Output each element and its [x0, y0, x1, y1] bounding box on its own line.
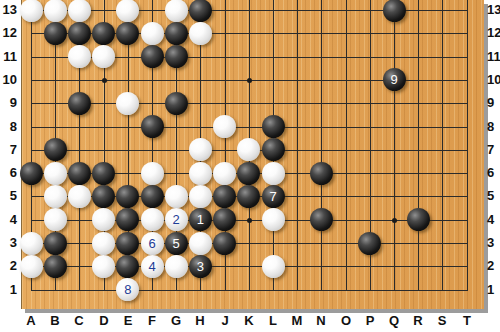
star-point-D10 [102, 78, 107, 83]
stone-B12[interactable] [44, 22, 67, 45]
stone-E3[interactable] [116, 232, 139, 255]
stone-C12[interactable] [68, 22, 91, 45]
row-label-right-9: 9 [487, 95, 500, 111]
stone-G5[interactable] [165, 185, 188, 208]
stone-F3[interactable]: 6 [141, 232, 164, 255]
stone-J8[interactable] [213, 115, 236, 138]
row-label-right-1: 1 [487, 282, 500, 298]
stone-A6[interactable] [20, 162, 43, 185]
stone-L6[interactable] [262, 162, 285, 185]
grid-line-row-8 [31, 127, 468, 128]
stone-G4[interactable]: 2 [165, 208, 188, 231]
grid-line-col-M [297, 0, 298, 291]
col-label-B: B [43, 314, 67, 328]
stone-E9[interactable] [116, 92, 139, 115]
stone-N6[interactable] [310, 162, 333, 185]
grid-line-col-N [321, 0, 322, 291]
col-label-F: F [140, 314, 164, 328]
stone-D2[interactable] [92, 255, 115, 278]
stone-D3[interactable] [92, 232, 115, 255]
col-label-H: H [188, 314, 212, 328]
row-label-left-13: 13 [0, 2, 17, 18]
stone-F11[interactable] [141, 45, 164, 68]
col-label-P: P [358, 314, 382, 328]
col-label-G: G [164, 314, 188, 328]
col-label-N: N [309, 314, 333, 328]
row-label-right-13: 13 [487, 2, 500, 18]
stone-G11[interactable] [165, 45, 188, 68]
stone-C9[interactable] [68, 92, 91, 115]
row-label-right-7: 7 [487, 142, 500, 158]
col-label-T: T [455, 314, 479, 328]
row-label-right-6: 6 [487, 165, 500, 181]
row-label-left-1: 1 [0, 282, 17, 298]
grid-line-col-S [442, 0, 443, 291]
row-label-left-4: 4 [0, 212, 17, 228]
stone-B3[interactable] [44, 232, 67, 255]
stone-C6[interactable] [68, 162, 91, 185]
grid-line-col-O [346, 0, 347, 291]
stone-K6[interactable] [237, 162, 260, 185]
stone-H12[interactable] [189, 22, 212, 45]
stone-B2[interactable] [44, 255, 67, 278]
grid-line-col-R [418, 0, 419, 291]
stone-B6[interactable] [44, 162, 67, 185]
stone-Q13[interactable] [383, 0, 406, 22]
col-label-Q: Q [382, 314, 406, 328]
stone-E2[interactable] [116, 255, 139, 278]
row-label-left-7: 7 [0, 142, 17, 158]
stone-J6[interactable] [213, 162, 236, 185]
stone-H3[interactable] [189, 232, 212, 255]
star-point-K4 [247, 218, 252, 223]
stone-B13[interactable] [44, 0, 67, 22]
stone-L5[interactable]: 7 [262, 185, 285, 208]
stone-F12[interactable] [141, 22, 164, 45]
col-label-O: O [334, 314, 358, 328]
row-label-left-9: 9 [0, 95, 17, 111]
stone-J3[interactable] [213, 232, 236, 255]
stone-D6[interactable] [92, 162, 115, 185]
stone-F4[interactable] [141, 208, 164, 231]
row-label-right-10: 10 [487, 72, 500, 88]
stone-C5[interactable] [68, 185, 91, 208]
row-label-left-11: 11 [0, 49, 17, 65]
col-label-E: E [116, 314, 140, 328]
row-label-left-2: 2 [0, 258, 17, 274]
star-point-K10 [247, 78, 252, 83]
star-point-Q4 [392, 218, 397, 223]
grid-line-col-T [467, 0, 468, 291]
stone-H6[interactable] [189, 162, 212, 185]
grid-line-row-9 [31, 103, 468, 104]
stone-F2[interactable]: 4 [141, 255, 164, 278]
stone-G9[interactable] [165, 92, 188, 115]
stone-C11[interactable] [68, 45, 91, 68]
row-label-right-8: 8 [487, 119, 500, 135]
stone-G12[interactable] [165, 22, 188, 45]
stone-L8[interactable] [262, 115, 285, 138]
stone-C13[interactable] [68, 0, 91, 22]
col-label-M: M [285, 314, 309, 328]
stone-G2[interactable] [165, 255, 188, 278]
stone-B4[interactable] [44, 208, 67, 231]
stone-P3[interactable] [358, 232, 381, 255]
col-label-K: K [237, 314, 261, 328]
stone-L4[interactable] [262, 208, 285, 231]
stone-A13[interactable] [20, 0, 43, 22]
col-label-L: L [261, 314, 285, 328]
col-label-R: R [406, 314, 430, 328]
row-label-right-3: 3 [487, 235, 500, 251]
stone-J5[interactable] [213, 185, 236, 208]
col-label-A: A [19, 314, 43, 328]
row-label-left-10: 10 [0, 72, 17, 88]
row-label-right-4: 4 [487, 212, 500, 228]
stone-H2[interactable]: 3 [189, 255, 212, 278]
row-label-left-5: 5 [0, 188, 17, 204]
row-label-left-8: 8 [0, 119, 17, 135]
col-label-D: D [92, 314, 116, 328]
row-label-left-6: 6 [0, 165, 17, 181]
stone-F8[interactable] [141, 115, 164, 138]
stone-A3[interactable] [20, 232, 43, 255]
go-board-app: 972165438 131312121111101099887766554433… [0, 0, 500, 332]
col-label-J: J [213, 314, 237, 328]
grid-line-col-Q [394, 0, 395, 291]
stone-H13[interactable] [189, 0, 212, 22]
stone-H4[interactable]: 1 [189, 208, 212, 231]
row-label-right-12: 12 [487, 25, 500, 41]
stone-A2[interactable] [20, 255, 43, 278]
stone-Q10[interactable]: 9 [383, 68, 406, 91]
row-label-right-2: 2 [487, 258, 500, 274]
stone-G3[interactable]: 5 [165, 232, 188, 255]
row-label-right-11: 11 [487, 49, 500, 65]
row-label-left-3: 3 [0, 235, 17, 251]
stone-L2[interactable] [262, 255, 285, 278]
stone-D12[interactable] [92, 22, 115, 45]
stone-R4[interactable] [407, 208, 430, 231]
stone-H5[interactable] [189, 185, 212, 208]
col-label-S: S [430, 314, 454, 328]
stone-B5[interactable] [44, 185, 67, 208]
stone-E12[interactable] [116, 22, 139, 45]
stone-N4[interactable] [310, 208, 333, 231]
grid-line-row-1 [31, 290, 468, 291]
stone-D5[interactable] [92, 185, 115, 208]
stone-G13[interactable] [165, 0, 188, 22]
stone-F6[interactable] [141, 162, 164, 185]
stone-B7[interactable] [44, 138, 67, 161]
row-label-left-12: 12 [0, 25, 17, 41]
row-label-right-5: 5 [487, 188, 500, 204]
stone-E13[interactable] [116, 0, 139, 22]
stone-F5[interactable] [141, 185, 164, 208]
stone-L7[interactable] [262, 138, 285, 161]
col-label-C: C [67, 314, 91, 328]
